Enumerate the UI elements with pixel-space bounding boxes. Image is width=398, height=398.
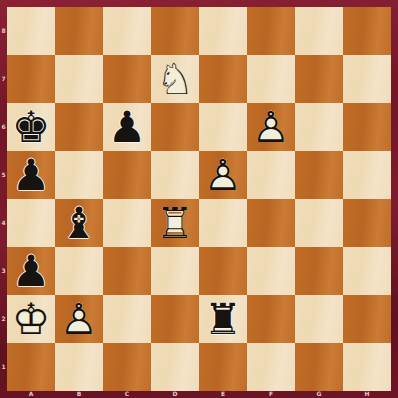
white-piece-outline-glyph: ♙ <box>55 295 103 343</box>
square-a3[interactable]: ♟ <box>7 247 55 295</box>
square-g5[interactable] <box>295 151 343 199</box>
square-a1[interactable] <box>7 343 55 391</box>
square-f1[interactable] <box>247 343 295 391</box>
square-f3[interactable] <box>247 247 295 295</box>
square-a6[interactable]: ♚ <box>7 103 55 151</box>
file-label-d: D <box>151 390 199 398</box>
square-a5[interactable]: ♟ <box>7 151 55 199</box>
square-h8[interactable] <box>343 7 391 55</box>
square-d8[interactable] <box>151 7 199 55</box>
square-a8[interactable] <box>7 7 55 55</box>
square-f5[interactable] <box>247 151 295 199</box>
white-piece-outline-glyph: ♘ <box>151 55 199 103</box>
square-c3[interactable] <box>103 247 151 295</box>
square-g7[interactable] <box>295 55 343 103</box>
square-c6[interactable]: ♟ <box>103 103 151 151</box>
square-h1[interactable] <box>343 343 391 391</box>
white-piece-outline-glyph: ♔ <box>7 295 55 343</box>
square-d7[interactable]: ♞♘ <box>151 55 199 103</box>
file-label-f: F <box>247 390 295 398</box>
piece-black-pawn-a3[interactable]: ♟ <box>7 247 55 295</box>
square-d5[interactable] <box>151 151 199 199</box>
rank-label-5: 5 <box>0 151 7 199</box>
square-b7[interactable] <box>55 55 103 103</box>
square-e1[interactable] <box>199 343 247 391</box>
square-e8[interactable] <box>199 7 247 55</box>
square-h6[interactable] <box>343 103 391 151</box>
square-e2[interactable]: ♜ <box>199 295 247 343</box>
file-label-b: B <box>55 390 103 398</box>
square-d1[interactable] <box>151 343 199 391</box>
square-g6[interactable] <box>295 103 343 151</box>
square-b6[interactable] <box>55 103 103 151</box>
piece-white-knight-d7[interactable]: ♞♘ <box>151 55 199 103</box>
square-h5[interactable] <box>343 151 391 199</box>
square-a2[interactable]: ♚♔ <box>7 295 55 343</box>
rank-label-1: 1 <box>0 343 7 391</box>
square-g3[interactable] <box>295 247 343 295</box>
white-piece-outline-glyph: ♖ <box>151 199 199 247</box>
rank-label-8: 8 <box>0 7 7 55</box>
square-g8[interactable] <box>295 7 343 55</box>
white-piece-outline-glyph: ♙ <box>247 103 295 151</box>
piece-white-rook-d4[interactable]: ♜♖ <box>151 199 199 247</box>
piece-white-pawn-b2[interactable]: ♟♙ <box>55 295 103 343</box>
piece-white-king-a2[interactable]: ♚♔ <box>7 295 55 343</box>
square-e5[interactable]: ♟♙ <box>199 151 247 199</box>
square-b1[interactable] <box>55 343 103 391</box>
square-a4[interactable] <box>7 199 55 247</box>
square-c4[interactable] <box>103 199 151 247</box>
square-b4[interactable]: ♝ <box>55 199 103 247</box>
square-d4[interactable]: ♜♖ <box>151 199 199 247</box>
square-h4[interactable] <box>343 199 391 247</box>
square-f4[interactable] <box>247 199 295 247</box>
square-b2[interactable]: ♟♙ <box>55 295 103 343</box>
rank-label-4: 4 <box>0 199 7 247</box>
square-f6[interactable]: ♟♙ <box>247 103 295 151</box>
square-g2[interactable] <box>295 295 343 343</box>
square-e7[interactable] <box>199 55 247 103</box>
rank-label-2: 2 <box>0 295 7 343</box>
rank-label-6: 6 <box>0 103 7 151</box>
square-f7[interactable] <box>247 55 295 103</box>
piece-black-king-a6[interactable]: ♚ <box>7 103 55 151</box>
square-f2[interactable] <box>247 295 295 343</box>
square-d6[interactable] <box>151 103 199 151</box>
square-g4[interactable] <box>295 199 343 247</box>
chess-board: ♞♘♚♟♟♙♟♟♙♝♜♖♟♚♔♟♙♜ 87654321 ABCDEFGH <box>0 0 398 398</box>
square-c2[interactable] <box>103 295 151 343</box>
square-b3[interactable] <box>55 247 103 295</box>
square-h7[interactable] <box>343 55 391 103</box>
piece-black-rook-e2[interactable]: ♜ <box>199 295 247 343</box>
rank-label-3: 3 <box>0 247 7 295</box>
square-h2[interactable] <box>343 295 391 343</box>
square-e3[interactable] <box>199 247 247 295</box>
square-c8[interactable] <box>103 7 151 55</box>
square-d2[interactable] <box>151 295 199 343</box>
square-f8[interactable] <box>247 7 295 55</box>
file-label-a: A <box>7 390 55 398</box>
square-b5[interactable] <box>55 151 103 199</box>
square-d3[interactable] <box>151 247 199 295</box>
square-e6[interactable] <box>199 103 247 151</box>
piece-white-pawn-e5[interactable]: ♟♙ <box>199 151 247 199</box>
square-b8[interactable] <box>55 7 103 55</box>
white-piece-outline-glyph: ♙ <box>199 151 247 199</box>
square-e4[interactable] <box>199 199 247 247</box>
square-c7[interactable] <box>103 55 151 103</box>
square-c1[interactable] <box>103 343 151 391</box>
file-label-c: C <box>103 390 151 398</box>
square-c5[interactable] <box>103 151 151 199</box>
piece-black-pawn-c6[interactable]: ♟ <box>103 103 151 151</box>
rank-label-7: 7 <box>0 55 7 103</box>
file-label-e: E <box>199 390 247 398</box>
piece-white-pawn-f6[interactable]: ♟♙ <box>247 103 295 151</box>
piece-black-pawn-a5[interactable]: ♟ <box>7 151 55 199</box>
square-a7[interactable] <box>7 55 55 103</box>
file-label-g: G <box>295 390 343 398</box>
piece-black-bishop-b4[interactable]: ♝ <box>55 199 103 247</box>
square-h3[interactable] <box>343 247 391 295</box>
file-label-h: H <box>343 390 391 398</box>
board-grid: ♞♘♚♟♟♙♟♟♙♝♜♖♟♚♔♟♙♜ <box>7 7 391 391</box>
square-g1[interactable] <box>295 343 343 391</box>
